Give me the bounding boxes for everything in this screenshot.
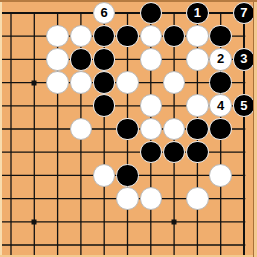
board-point [162, 233, 185, 256]
stone-white [46, 25, 69, 48]
board-point [69, 48, 92, 71]
board-frame-left-edge [0, 2, 2, 257]
board-point [0, 117, 23, 140]
star-point [32, 80, 37, 85]
stone-white [93, 164, 116, 187]
stone-white-move-2: 2 [209, 48, 232, 71]
stone-black-move-7: 7 [233, 2, 256, 25]
board-point: 2 [209, 48, 232, 71]
board-point: 1 [186, 1, 209, 24]
stone-black-move-1: 1 [186, 2, 209, 25]
board-point [162, 25, 185, 48]
board-point [116, 210, 139, 233]
stone-white [140, 187, 163, 210]
board-point [46, 25, 69, 48]
board-point [162, 94, 185, 117]
board-point [46, 117, 69, 140]
board-point [186, 25, 209, 48]
board-point [69, 164, 92, 187]
board-point [186, 164, 209, 187]
board-point [0, 94, 23, 117]
move-number: 1 [194, 6, 201, 19]
board-point [162, 187, 185, 210]
stone-black [186, 141, 209, 164]
stone-white [116, 71, 139, 94]
stone-white [140, 48, 163, 71]
board-point [69, 187, 92, 210]
board-point [23, 117, 46, 140]
stone-white [46, 71, 69, 94]
move-number: 3 [240, 52, 247, 65]
board-point [69, 94, 92, 117]
go-board-diagram: 6172345 [0, 0, 257, 257]
stone-black [209, 118, 232, 141]
board-point [116, 25, 139, 48]
move-number: 7 [240, 6, 247, 19]
board-point [0, 233, 23, 256]
move-number: 2 [217, 52, 224, 65]
stone-black [209, 71, 232, 94]
board-point [209, 233, 232, 256]
board-point [116, 233, 139, 256]
board-point [139, 25, 162, 48]
board-point [209, 141, 232, 164]
stone-white [46, 48, 69, 71]
stone-white [140, 118, 163, 141]
board-point [186, 117, 209, 140]
board-point [162, 1, 185, 24]
board-point [186, 233, 209, 256]
stone-white [186, 187, 209, 210]
board-point [93, 233, 116, 256]
board-point [0, 141, 23, 164]
stone-black [140, 141, 163, 164]
board-point [23, 141, 46, 164]
board-point [69, 71, 92, 94]
board-point [116, 94, 139, 117]
stone-black-move-5: 5 [233, 94, 256, 117]
board-point [23, 233, 46, 256]
stone-black [116, 25, 139, 48]
star-point [32, 219, 37, 224]
board-point [23, 71, 46, 94]
board-point [186, 187, 209, 210]
board-point [46, 1, 69, 24]
board-point [209, 25, 232, 48]
board-point [209, 210, 232, 233]
board-point [209, 1, 232, 24]
board-point [46, 48, 69, 71]
board-point [162, 164, 185, 187]
stone-white [140, 25, 163, 48]
board-point [139, 164, 162, 187]
board-point [162, 141, 185, 164]
board-point [209, 187, 232, 210]
board-point [46, 164, 69, 187]
board-point [139, 1, 162, 24]
stone-black [209, 25, 232, 48]
board-point [0, 164, 23, 187]
stone-white [140, 94, 163, 117]
stone-black [93, 48, 116, 71]
board-point [0, 210, 23, 233]
board-point [93, 117, 116, 140]
board-point [23, 94, 46, 117]
board-point [162, 48, 185, 71]
board-point [69, 117, 92, 140]
board-point [93, 187, 116, 210]
stone-black [140, 2, 163, 25]
board-point [23, 25, 46, 48]
board-point [209, 117, 232, 140]
stone-white [209, 164, 232, 187]
board-point [46, 187, 69, 210]
stone-white [70, 71, 93, 94]
stone-black [163, 141, 186, 164]
board-point [139, 71, 162, 94]
stone-white [186, 25, 209, 48]
stone-black [116, 164, 139, 187]
board-point [116, 187, 139, 210]
board-point [0, 187, 23, 210]
stone-white [186, 48, 209, 71]
stone-black [93, 94, 116, 117]
board-point [23, 164, 46, 187]
move-number: 6 [101, 6, 108, 19]
board-point [46, 233, 69, 256]
board-point [69, 25, 92, 48]
board-point [139, 141, 162, 164]
stone-black [186, 118, 209, 141]
board-point [93, 25, 116, 48]
board-point [0, 25, 23, 48]
board-point [162, 71, 185, 94]
stone-white [163, 71, 186, 94]
board-point [162, 117, 185, 140]
board-point [0, 1, 23, 24]
go-board-grid: 6172345 [0, 1, 256, 256]
board-point [139, 94, 162, 117]
board-point [209, 71, 232, 94]
stone-black [70, 48, 93, 71]
board-point [93, 71, 116, 94]
board-point [186, 48, 209, 71]
stone-black [93, 25, 116, 48]
board-point [0, 48, 23, 71]
stone-black-move-3: 3 [233, 48, 256, 71]
stone-white [186, 94, 209, 117]
board-point [139, 117, 162, 140]
board-point [116, 117, 139, 140]
board-point [116, 71, 139, 94]
star-point [172, 219, 177, 224]
board-point [186, 94, 209, 117]
board-point [162, 210, 185, 233]
board-point: 4 [209, 94, 232, 117]
board-point [116, 1, 139, 24]
stone-white-move-4: 4 [209, 94, 232, 117]
stone-white-move-6: 6 [93, 2, 116, 25]
stone-white [163, 118, 186, 141]
board-point [139, 210, 162, 233]
stone-white [116, 187, 139, 210]
board-point [139, 48, 162, 71]
stone-black [163, 25, 186, 48]
board-point [69, 210, 92, 233]
board-point [93, 94, 116, 117]
board-point [69, 141, 92, 164]
board-point [93, 48, 116, 71]
board-point [186, 141, 209, 164]
board-point [93, 164, 116, 187]
board-point: 6 [93, 1, 116, 24]
board-point [23, 187, 46, 210]
board-point [186, 71, 209, 94]
board-point [46, 141, 69, 164]
board-point [139, 187, 162, 210]
board-frame-right-edge [253, 2, 257, 257]
board-point [93, 210, 116, 233]
move-number: 4 [217, 99, 224, 112]
board-point [46, 210, 69, 233]
move-number: 5 [240, 99, 247, 112]
board-point [46, 71, 69, 94]
board-point [23, 48, 46, 71]
board-point [209, 164, 232, 187]
stone-black [93, 71, 116, 94]
stone-white [70, 118, 93, 141]
board-point [23, 1, 46, 24]
board-point [116, 48, 139, 71]
board-frame-top-edge [0, 0, 257, 2]
board-point [139, 233, 162, 256]
board-point [69, 1, 92, 24]
board-point [0, 71, 23, 94]
stone-white [70, 25, 93, 48]
board-point [23, 210, 46, 233]
board-point [116, 141, 139, 164]
board-point [46, 94, 69, 117]
board-point [186, 210, 209, 233]
stone-black [116, 118, 139, 141]
board-point [69, 233, 92, 256]
board-point [116, 164, 139, 187]
board-point [93, 141, 116, 164]
